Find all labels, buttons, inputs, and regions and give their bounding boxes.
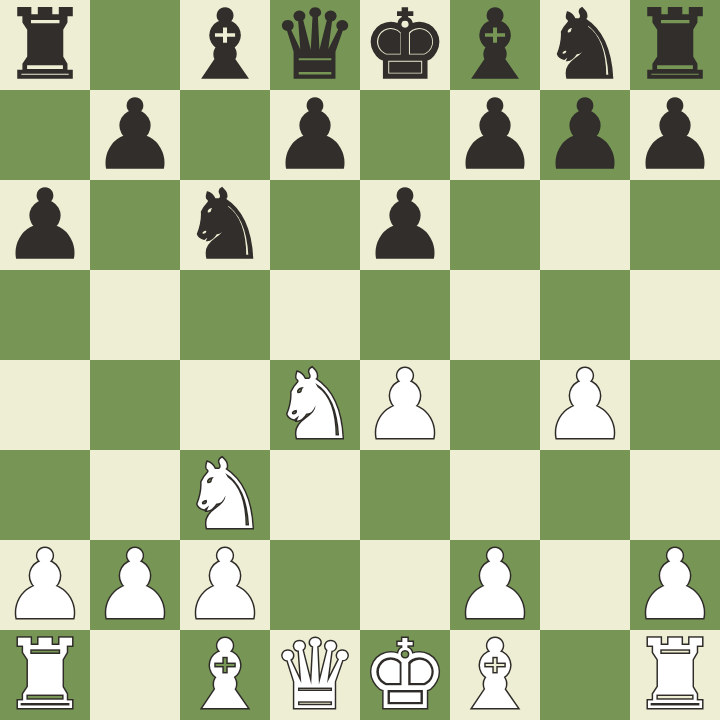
square-d4[interactable]: ♞ [270,360,360,450]
square-h1[interactable]: ♜ [630,630,720,720]
square-e8[interactable]: ♚ [360,0,450,90]
square-c7[interactable] [180,90,270,180]
square-b7[interactable]: ♟ [90,90,180,180]
square-e1[interactable]: ♚ [360,630,450,720]
square-c3[interactable]: ♞ [180,450,270,540]
square-a4[interactable] [0,360,90,450]
square-e6[interactable]: ♟ [360,180,450,270]
square-g1[interactable] [540,630,630,720]
square-b3[interactable] [90,450,180,540]
square-c1[interactable]: ♝ [180,630,270,720]
piece-white-queen-d1[interactable]: ♛ [272,627,358,720]
chess-board: ♜♝♛♚♝♞♜♟♟♟♟♟♟♞♟♞♟♟♞♟♟♟♟♟♜♝♛♚♝♜ [0,0,720,720]
square-b8[interactable] [90,0,180,90]
square-h6[interactable] [630,180,720,270]
square-h5[interactable] [630,270,720,360]
square-f7[interactable]: ♟ [450,90,540,180]
square-f8[interactable]: ♝ [450,0,540,90]
piece-white-king-e1[interactable]: ♚ [362,627,448,720]
piece-white-rook-a1[interactable]: ♜ [2,627,88,720]
piece-black-king-e8[interactable]: ♚ [362,0,448,93]
square-e5[interactable] [360,270,450,360]
square-h4[interactable] [630,360,720,450]
square-g2[interactable] [540,540,630,630]
square-d5[interactable] [270,270,360,360]
piece-black-knight-c6[interactable]: ♞ [182,177,268,273]
square-h2[interactable]: ♟ [630,540,720,630]
square-c5[interactable] [180,270,270,360]
square-c6[interactable]: ♞ [180,180,270,270]
square-h3[interactable] [630,450,720,540]
piece-black-pawn-b7[interactable]: ♟ [92,87,178,183]
square-g7[interactable]: ♟ [540,90,630,180]
piece-white-bishop-f1[interactable]: ♝ [452,627,538,720]
square-e7[interactable] [360,90,450,180]
piece-black-pawn-g7[interactable]: ♟ [542,87,628,183]
square-h8[interactable]: ♜ [630,0,720,90]
square-d2[interactable] [270,540,360,630]
piece-black-pawn-f7[interactable]: ♟ [452,87,538,183]
square-c2[interactable]: ♟ [180,540,270,630]
square-g8[interactable]: ♞ [540,0,630,90]
piece-black-rook-a8[interactable]: ♜ [2,0,88,93]
square-f4[interactable] [450,360,540,450]
square-a2[interactable]: ♟ [0,540,90,630]
square-f2[interactable]: ♟ [450,540,540,630]
piece-white-bishop-c1[interactable]: ♝ [182,627,268,720]
square-d3[interactable] [270,450,360,540]
piece-black-bishop-c8[interactable]: ♝ [182,0,268,93]
square-g3[interactable] [540,450,630,540]
piece-white-pawn-e4[interactable]: ♟ [362,357,448,453]
square-g6[interactable] [540,180,630,270]
piece-black-pawn-h7[interactable]: ♟ [632,87,718,183]
square-b1[interactable] [90,630,180,720]
square-e3[interactable] [360,450,450,540]
piece-black-pawn-a6[interactable]: ♟ [2,177,88,273]
square-f3[interactable] [450,450,540,540]
square-e4[interactable]: ♟ [360,360,450,450]
piece-white-pawn-g4[interactable]: ♟ [542,357,628,453]
piece-white-pawn-b2[interactable]: ♟ [92,537,178,633]
square-a7[interactable] [0,90,90,180]
square-a6[interactable]: ♟ [0,180,90,270]
square-b5[interactable] [90,270,180,360]
square-e2[interactable] [360,540,450,630]
square-f5[interactable] [450,270,540,360]
square-d1[interactable]: ♛ [270,630,360,720]
square-g4[interactable]: ♟ [540,360,630,450]
square-f1[interactable]: ♝ [450,630,540,720]
square-a1[interactable]: ♜ [0,630,90,720]
square-b6[interactable] [90,180,180,270]
piece-white-knight-d4[interactable]: ♞ [272,357,358,453]
square-b2[interactable]: ♟ [90,540,180,630]
square-b4[interactable] [90,360,180,450]
square-h7[interactable]: ♟ [630,90,720,180]
square-d7[interactable]: ♟ [270,90,360,180]
square-d8[interactable]: ♛ [270,0,360,90]
square-a3[interactable] [0,450,90,540]
square-f6[interactable] [450,180,540,270]
square-a8[interactable]: ♜ [0,0,90,90]
piece-black-pawn-e6[interactable]: ♟ [362,177,448,273]
piece-white-rook-h1[interactable]: ♜ [632,627,718,720]
square-d6[interactable] [270,180,360,270]
piece-black-pawn-d7[interactable]: ♟ [272,87,358,183]
square-c4[interactable] [180,360,270,450]
square-c8[interactable]: ♝ [180,0,270,90]
square-g5[interactable] [540,270,630,360]
square-a5[interactable] [0,270,90,360]
